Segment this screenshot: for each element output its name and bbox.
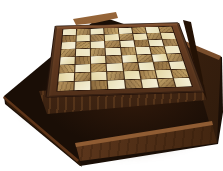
board-square [152,54,168,62]
board-square [75,81,91,90]
board-square [119,34,133,41]
board-square [91,28,104,34]
board-square [108,80,124,89]
board-square [118,28,132,34]
board-square [76,49,90,56]
board-square [124,71,140,80]
board-square [132,27,146,33]
board-square [153,62,170,70]
board-square [91,64,106,72]
board-square [75,72,90,81]
board-square [76,42,90,49]
board-square [133,34,147,41]
photo-canvas [0,0,223,171]
board-square [163,39,178,46]
chess-board [56,26,193,92]
board-square [169,61,186,69]
board-square [105,41,119,48]
board-square [76,56,91,64]
board-square [58,73,74,82]
board-square [165,46,181,53]
chessboard-lid [45,22,205,97]
board-square [104,28,117,34]
board-square [167,53,183,61]
board-square [134,40,149,47]
board-square [91,56,106,64]
board-square [92,81,108,90]
board-square [105,34,119,41]
board-square [61,42,75,49]
board-square [107,63,122,71]
board-square [122,55,137,63]
board-square [75,64,90,72]
board-square [106,55,121,63]
board-square [77,35,90,42]
board-square [91,48,105,55]
board-square [138,62,154,70]
board-square [157,78,175,87]
board-square [121,47,136,54]
board-square [161,33,176,39]
board-square [174,78,192,87]
board-square [139,70,156,79]
board-square [137,54,153,62]
board-square [59,65,74,73]
board-square [159,26,174,32]
board-square [141,79,158,88]
board-square [125,79,142,88]
board-square [148,40,163,47]
board-square [91,35,105,42]
board-square [77,29,90,35]
board-square [155,70,172,79]
board-square [145,27,159,33]
board-square [57,82,73,91]
board-square [61,49,76,56]
board-square [62,35,76,42]
board-square [135,47,150,54]
board-square [122,63,138,71]
board-square [108,71,124,80]
board-square [63,29,76,35]
board-square [91,72,107,81]
board-square [147,33,162,40]
board-square [120,41,134,48]
board-square [171,69,188,78]
board-square [150,47,166,54]
board-square [91,41,105,48]
board-square [60,57,75,65]
board-square [106,48,121,55]
